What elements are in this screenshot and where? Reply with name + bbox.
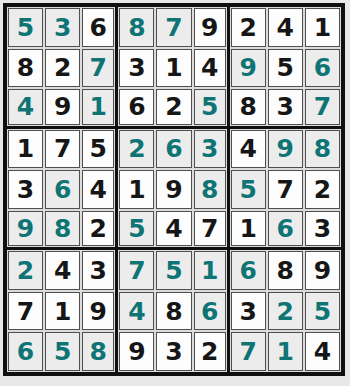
sudoku-cell-r5c4[interactable]: 1 xyxy=(118,169,155,210)
solved-digit: 7 xyxy=(82,49,114,88)
sudoku-cell-r4c8[interactable]: 9 xyxy=(267,129,304,170)
solved-digit: 6 xyxy=(156,130,191,169)
sudoku-board: 5368792418273149564916258371752634983641… xyxy=(3,3,345,376)
sudoku-cell-r4c3[interactable]: 5 xyxy=(81,129,118,170)
given-digit: 2 xyxy=(231,8,266,47)
sudoku-cell-r1c4[interactable]: 8 xyxy=(118,7,155,48)
sudoku-cell-r4c2[interactable]: 7 xyxy=(44,129,81,170)
sudoku-cell-r7c5[interactable]: 5 xyxy=(155,250,192,291)
solved-digit: 5 xyxy=(231,170,266,209)
solved-digit: 5 xyxy=(45,332,80,371)
solved-digit: 2 xyxy=(119,130,154,169)
sudoku-cell-r3c3[interactable]: 1 xyxy=(81,88,118,129)
sudoku-cell-r9c7[interactable]: 7 xyxy=(230,331,267,372)
solved-digit: 6 xyxy=(45,170,80,209)
sudoku-cell-r7c4[interactable]: 7 xyxy=(118,250,155,291)
sudoku-cell-r1c7[interactable]: 2 xyxy=(230,7,267,48)
given-digit: 7 xyxy=(194,211,226,247)
given-digit: 1 xyxy=(45,292,80,331)
given-digit: 2 xyxy=(194,332,226,371)
sudoku-cell-r3c1[interactable]: 4 xyxy=(7,88,44,129)
given-digit: 7 xyxy=(45,130,80,169)
given-digit: 4 xyxy=(305,332,340,371)
sudoku-cell-r1c5[interactable]: 7 xyxy=(155,7,192,48)
sudoku-cell-r8c7[interactable]: 3 xyxy=(230,291,267,332)
sudoku-cell-r8c5[interactable]: 8 xyxy=(155,291,192,332)
given-digit: 9 xyxy=(119,332,154,371)
solved-digit: 5 xyxy=(119,211,154,247)
given-digit: 9 xyxy=(45,89,80,125)
solved-digit: 6 xyxy=(268,211,303,247)
given-digit: 9 xyxy=(305,251,340,290)
given-digit: 1 xyxy=(231,211,266,247)
sudoku-cell-r7c7[interactable]: 6 xyxy=(230,250,267,291)
sudoku-cell-r8c8[interactable]: 2 xyxy=(267,291,304,332)
solved-digit: 3 xyxy=(194,130,226,169)
given-digit: 5 xyxy=(268,49,303,88)
given-digit: 2 xyxy=(45,49,80,88)
sudoku-cell-r6c6[interactable]: 7 xyxy=(193,210,230,251)
sudoku-cell-r1c3[interactable]: 6 xyxy=(81,7,118,48)
solved-digit: 7 xyxy=(156,8,191,47)
given-digit: 3 xyxy=(305,211,340,247)
sudoku-cell-r1c2[interactable]: 3 xyxy=(44,7,81,48)
sudoku-cell-r6c8[interactable]: 6 xyxy=(267,210,304,251)
solved-digit: 5 xyxy=(194,89,226,125)
given-digit: 9 xyxy=(194,8,226,47)
sudoku-cell-r4c6[interactable]: 3 xyxy=(193,129,230,170)
sudoku-cell-r9c8[interactable]: 1 xyxy=(267,331,304,372)
solved-digit: 9 xyxy=(268,130,303,169)
solved-digit: 8 xyxy=(82,332,114,371)
sudoku-cell-r7c8[interactable]: 8 xyxy=(267,250,304,291)
sudoku-cell-r3c8[interactable]: 3 xyxy=(267,88,304,129)
solved-digit: 6 xyxy=(8,332,43,371)
sudoku-cell-r5c7[interactable]: 5 xyxy=(230,169,267,210)
sudoku-cell-r7c3[interactable]: 3 xyxy=(81,250,118,291)
sudoku-cell-r1c9[interactable]: 1 xyxy=(304,7,341,48)
given-digit: 5 xyxy=(82,130,114,169)
solved-digit: 7 xyxy=(305,89,340,125)
solved-digit: 2 xyxy=(8,251,43,290)
solved-digit: 1 xyxy=(82,89,114,125)
solved-digit: 6 xyxy=(194,292,226,331)
sudoku-cell-r6c2[interactable]: 8 xyxy=(44,210,81,251)
sudoku-cell-r2c3[interactable]: 7 xyxy=(81,48,118,89)
solved-digit: 8 xyxy=(305,130,340,169)
given-digit: 8 xyxy=(8,49,43,88)
given-digit: 6 xyxy=(119,89,154,125)
sudoku-cell-r9c5[interactable]: 3 xyxy=(155,331,192,372)
sudoku-cell-r4c5[interactable]: 6 xyxy=(155,129,192,170)
given-digit: 3 xyxy=(8,170,43,209)
sudoku-cell-r4c4[interactable]: 2 xyxy=(118,129,155,170)
sudoku-cell-r6c9[interactable]: 3 xyxy=(304,210,341,251)
given-digit: 4 xyxy=(45,251,80,290)
solved-digit: 7 xyxy=(119,251,154,290)
given-digit: 3 xyxy=(268,89,303,125)
solved-digit: 4 xyxy=(8,89,43,125)
given-digit: 2 xyxy=(82,211,114,247)
sudoku-cell-r3c5[interactable]: 2 xyxy=(155,88,192,129)
sudoku-cell-r6c5[interactable]: 4 xyxy=(155,210,192,251)
solved-digit: 2 xyxy=(268,292,303,331)
sudoku-cell-r5c3[interactable]: 4 xyxy=(81,169,118,210)
given-digit: 6 xyxy=(82,8,114,47)
solved-digit: 1 xyxy=(194,251,226,290)
sudoku-cell-r5c6[interactable]: 8 xyxy=(193,169,230,210)
given-digit: 7 xyxy=(268,170,303,209)
sudoku-cell-r2c9[interactable]: 6 xyxy=(304,48,341,89)
given-digit: 4 xyxy=(194,49,226,88)
solved-digit: 5 xyxy=(156,251,191,290)
sudoku-cell-r9c4[interactable]: 9 xyxy=(118,331,155,372)
given-digit: 1 xyxy=(8,130,43,169)
solved-digit: 1 xyxy=(268,332,303,371)
sudoku-cell-r5c8[interactable]: 7 xyxy=(267,169,304,210)
given-digit: 1 xyxy=(119,170,154,209)
sudoku-cell-r4c7[interactable]: 4 xyxy=(230,129,267,170)
page-background: 5368792418273149564916258371752634983641… xyxy=(0,0,350,386)
sudoku-cell-r9c6[interactable]: 2 xyxy=(193,331,230,372)
solved-digit: 7 xyxy=(231,332,266,371)
given-digit: 8 xyxy=(156,292,191,331)
sudoku-cell-r8c9[interactable]: 5 xyxy=(304,291,341,332)
sudoku-cell-r9c2[interactable]: 5 xyxy=(44,331,81,372)
solved-digit: 3 xyxy=(45,8,80,47)
sudoku-cell-r2c7[interactable]: 9 xyxy=(230,48,267,89)
sudoku-cell-r7c2[interactable]: 4 xyxy=(44,250,81,291)
sudoku-cell-r5c9[interactable]: 2 xyxy=(304,169,341,210)
solved-digit: 6 xyxy=(231,251,266,290)
given-digit: 3 xyxy=(156,332,191,371)
given-digit: 4 xyxy=(268,8,303,47)
solved-digit: 8 xyxy=(119,8,154,47)
sudoku-cell-r9c1[interactable]: 6 xyxy=(7,331,44,372)
sudoku-cell-r8c3[interactable]: 9 xyxy=(81,291,118,332)
sudoku-cell-r9c3[interactable]: 8 xyxy=(81,331,118,372)
solved-digit: 4 xyxy=(119,292,154,331)
given-digit: 9 xyxy=(156,170,191,209)
sudoku-cell-r7c1[interactable]: 2 xyxy=(7,250,44,291)
solved-digit: 8 xyxy=(194,170,226,209)
sudoku-cell-r1c8[interactable]: 4 xyxy=(267,7,304,48)
given-digit: 7 xyxy=(8,292,43,331)
sudoku-cell-r2c5[interactable]: 1 xyxy=(155,48,192,89)
sudoku-cell-r7c9[interactable]: 9 xyxy=(304,250,341,291)
sudoku-cell-r8c1[interactable]: 7 xyxy=(7,291,44,332)
given-digit: 1 xyxy=(305,8,340,47)
sudoku-cell-r3c6[interactable]: 5 xyxy=(193,88,230,129)
given-digit: 3 xyxy=(82,251,114,290)
sudoku-cell-r8c2[interactable]: 1 xyxy=(44,291,81,332)
given-digit: 3 xyxy=(231,292,266,331)
given-digit: 4 xyxy=(82,170,114,209)
sudoku-cell-r5c1[interactable]: 3 xyxy=(7,169,44,210)
sudoku-cell-r5c5[interactable]: 9 xyxy=(155,169,192,210)
sudoku-cell-r4c9[interactable]: 8 xyxy=(304,129,341,170)
sudoku-cell-r2c6[interactable]: 4 xyxy=(193,48,230,89)
sudoku-cell-r1c6[interactable]: 9 xyxy=(193,7,230,48)
sudoku-cell-r3c7[interactable]: 8 xyxy=(230,88,267,129)
sudoku-cell-r6c3[interactable]: 2 xyxy=(81,210,118,251)
sudoku-cell-r3c4[interactable]: 6 xyxy=(118,88,155,129)
solved-digit: 8 xyxy=(45,211,80,247)
sudoku-cell-r6c7[interactable]: 1 xyxy=(230,210,267,251)
sudoku-cell-r2c1[interactable]: 8 xyxy=(7,48,44,89)
given-digit: 2 xyxy=(305,170,340,209)
given-digit: 4 xyxy=(231,130,266,169)
sudoku-cell-r1c1[interactable]: 5 xyxy=(7,7,44,48)
sudoku-cell-r3c2[interactable]: 9 xyxy=(44,88,81,129)
sudoku-cell-r5c2[interactable]: 6 xyxy=(44,169,81,210)
sudoku-cell-r6c4[interactable]: 5 xyxy=(118,210,155,251)
sudoku-cell-r2c8[interactable]: 5 xyxy=(267,48,304,89)
given-digit: 4 xyxy=(156,211,191,247)
given-digit: 3 xyxy=(119,49,154,88)
given-digit: 2 xyxy=(156,89,191,125)
sudoku-cell-r7c6[interactable]: 1 xyxy=(193,250,230,291)
solved-digit: 6 xyxy=(305,49,340,88)
solved-digit: 5 xyxy=(305,292,340,331)
given-digit: 1 xyxy=(156,49,191,88)
given-digit: 8 xyxy=(268,251,303,290)
solved-digit: 5 xyxy=(8,8,43,47)
sudoku-cell-r3c9[interactable]: 7 xyxy=(304,88,341,129)
solved-digit: 9 xyxy=(231,49,266,88)
sudoku-cell-r4c1[interactable]: 1 xyxy=(7,129,44,170)
sudoku-cell-r9c9[interactable]: 4 xyxy=(304,331,341,372)
sudoku-cell-r2c2[interactable]: 2 xyxy=(44,48,81,89)
sudoku-cell-r2c4[interactable]: 3 xyxy=(118,48,155,89)
sudoku-cell-r6c1[interactable]: 9 xyxy=(7,210,44,251)
sudoku-cell-r8c6[interactable]: 6 xyxy=(193,291,230,332)
given-digit: 8 xyxy=(231,89,266,125)
solved-digit: 9 xyxy=(8,211,43,247)
given-digit: 9 xyxy=(82,292,114,331)
sudoku-cell-r8c4[interactable]: 4 xyxy=(118,291,155,332)
